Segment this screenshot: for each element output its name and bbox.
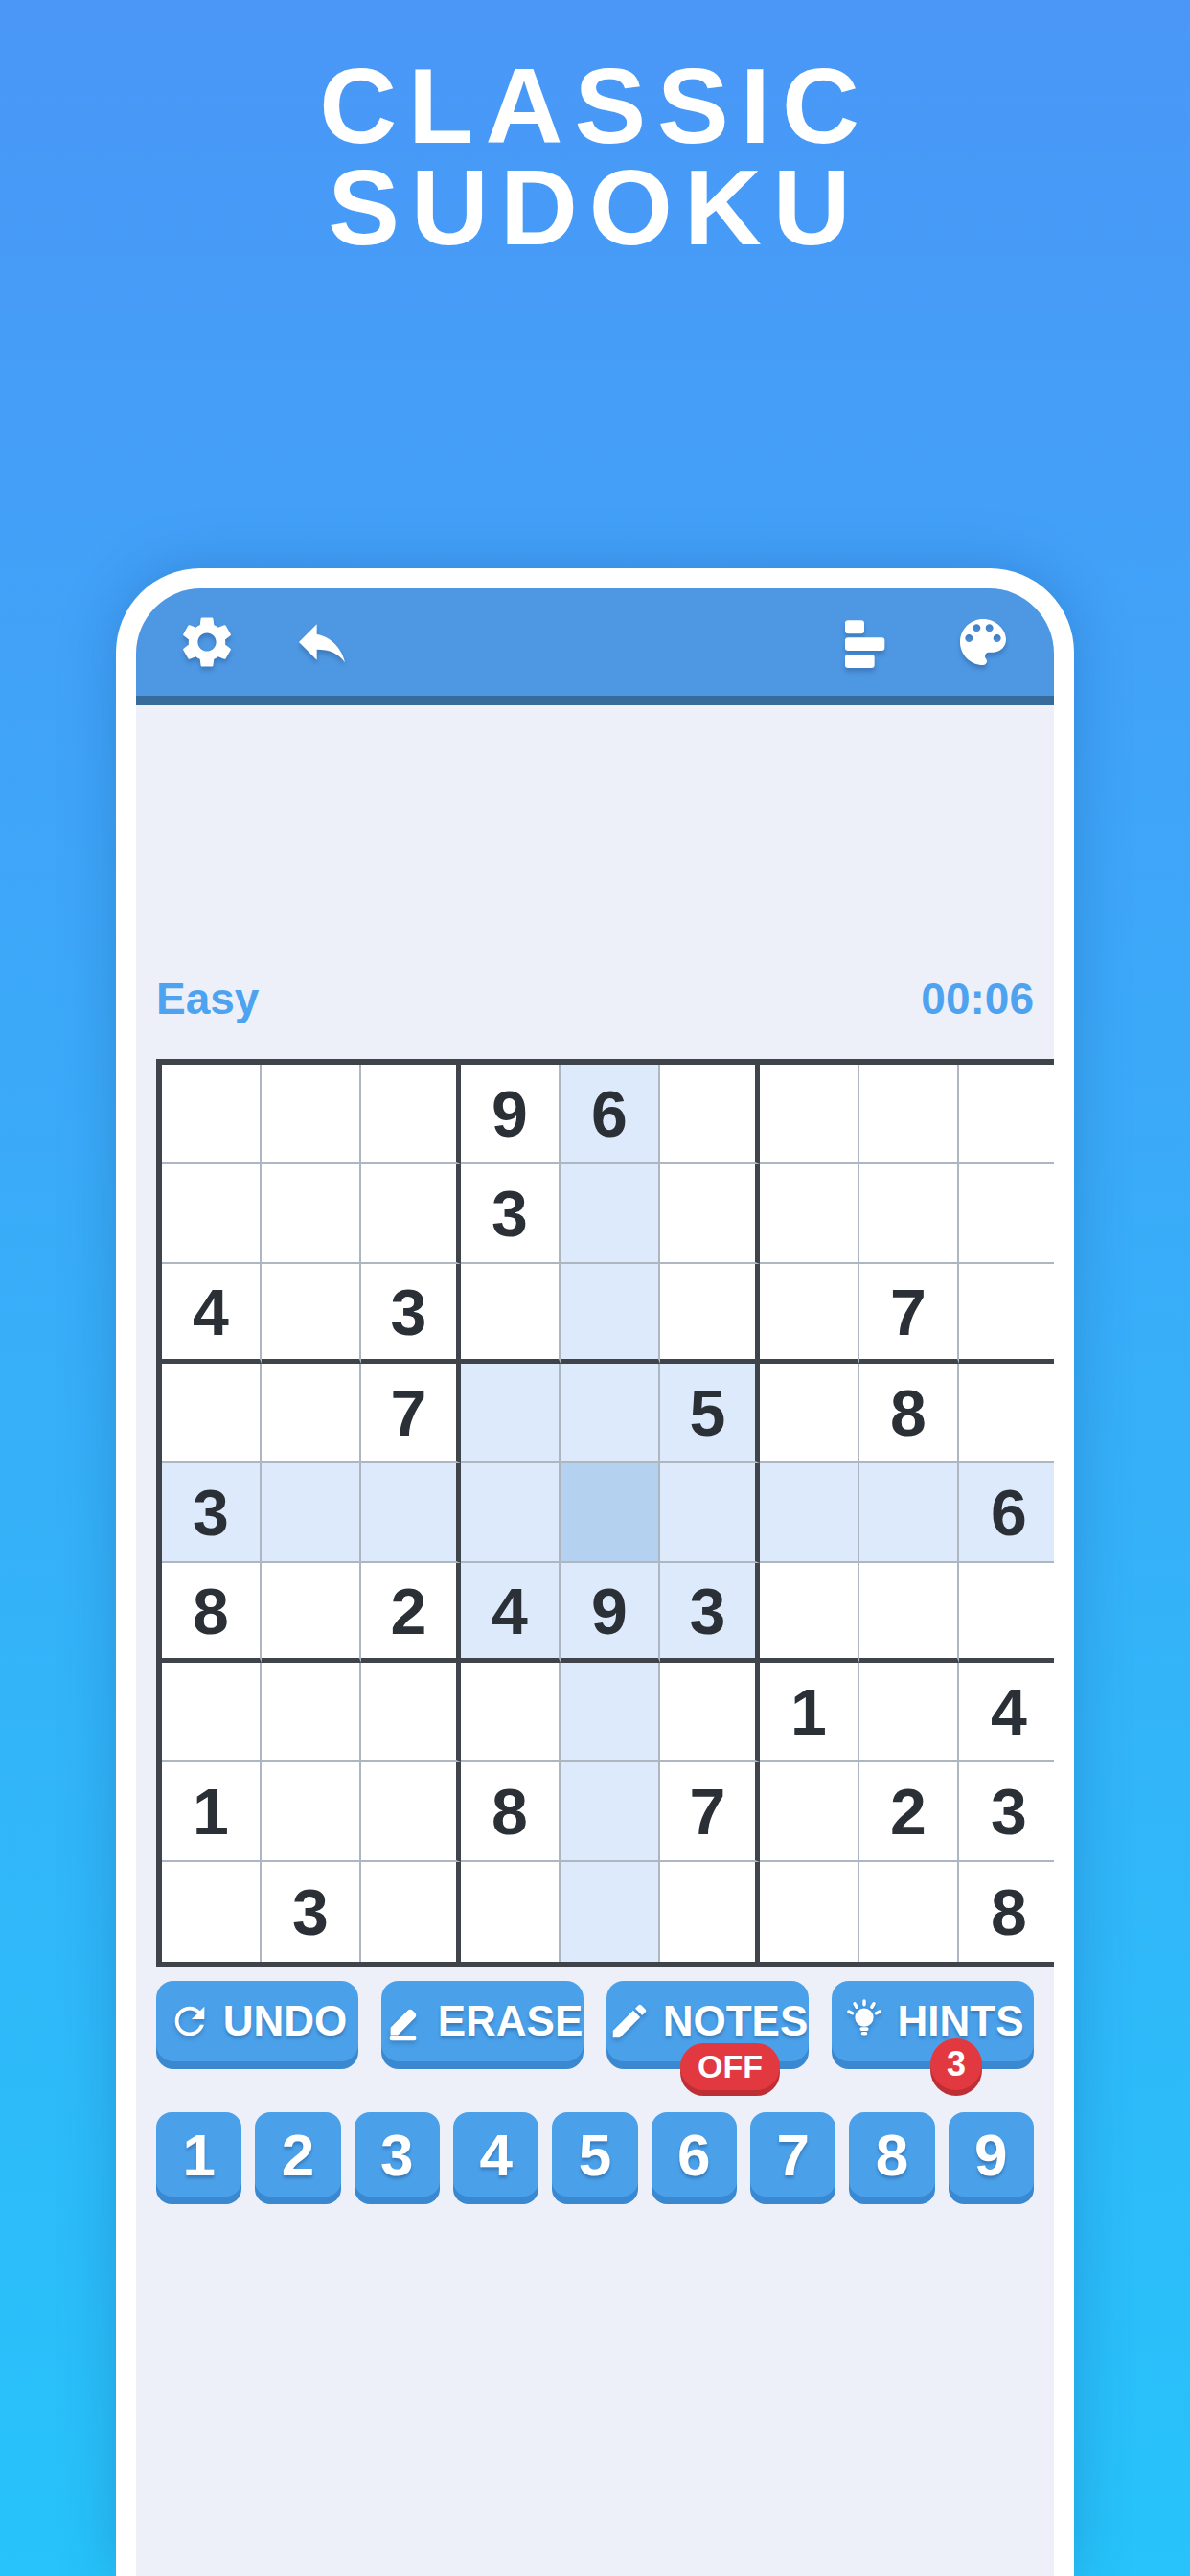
cell-r2c3[interactable] (361, 1164, 461, 1264)
cell-r1c9[interactable] (959, 1065, 1054, 1164)
app-title: CLASSIC SUDOKU (0, 56, 1190, 259)
cell-r7c7[interactable]: 1 (760, 1663, 859, 1762)
status-row: Easy 00:06 (156, 973, 1034, 1024)
cell-r8c1[interactable]: 1 (162, 1762, 262, 1862)
cell-r2c9[interactable] (959, 1164, 1054, 1264)
back-undo-arrow-icon[interactable] (291, 611, 353, 673)
toolbar (136, 588, 1054, 705)
erase-button[interactable]: ERASE (381, 1981, 584, 2061)
cell-r9c1[interactable] (162, 1862, 262, 1962)
app-title-line1: CLASSIC (0, 56, 1190, 157)
sudoku-grid: 9634377583682493141872338 (156, 1059, 1054, 1967)
cell-r6c3[interactable]: 2 (361, 1563, 461, 1663)
cell-r5c4[interactable] (461, 1463, 561, 1563)
undo-button[interactable]: UNDO (156, 1981, 358, 2061)
timer-label: 00:06 (921, 973, 1034, 1024)
cell-r5c9[interactable]: 6 (959, 1463, 1054, 1563)
cell-r8c2[interactable] (262, 1762, 361, 1862)
cell-r2c2[interactable] (262, 1164, 361, 1264)
cell-r8c4[interactable]: 8 (461, 1762, 561, 1862)
cell-r3c3[interactable]: 3 (361, 1264, 461, 1364)
cell-r6c4[interactable]: 4 (461, 1563, 561, 1663)
cell-r3c8[interactable]: 7 (859, 1264, 959, 1364)
hints-button[interactable]: HINTS 3 (832, 1981, 1034, 2061)
cell-r4c1[interactable] (162, 1364, 262, 1463)
cell-r7c3[interactable] (361, 1663, 461, 1762)
cell-r1c6[interactable] (660, 1065, 760, 1164)
cell-r4c2[interactable] (262, 1364, 361, 1463)
cell-r3c4[interactable] (461, 1264, 561, 1364)
numpad-key-2[interactable]: 2 (255, 2112, 340, 2196)
cell-r5c3[interactable] (361, 1463, 461, 1563)
numpad-key-4[interactable]: 4 (453, 2112, 538, 2196)
cell-r7c1[interactable] (162, 1663, 262, 1762)
cell-r4c7[interactable] (760, 1364, 859, 1463)
erase-label: ERASE (438, 1997, 584, 2045)
phone-screen: Easy 00:06 9634377583682493141872338 UND… (136, 588, 1054, 2576)
cell-r2c5[interactable] (561, 1164, 660, 1264)
cell-r5c1[interactable]: 3 (162, 1463, 262, 1563)
cell-r2c6[interactable] (660, 1164, 760, 1264)
cell-r7c6[interactable] (660, 1663, 760, 1762)
cell-r9c8[interactable] (859, 1862, 959, 1962)
cell-r6c9[interactable] (959, 1563, 1054, 1663)
cell-r1c1[interactable] (162, 1065, 262, 1164)
cell-r4c9[interactable] (959, 1364, 1054, 1463)
cell-r1c2[interactable] (262, 1065, 361, 1164)
cell-r1c3[interactable] (361, 1065, 461, 1164)
numpad-key-6[interactable]: 6 (652, 2112, 737, 2196)
game-area: Easy 00:06 9634377583682493141872338 UND… (136, 705, 1054, 2576)
cell-r7c9[interactable]: 4 (959, 1663, 1054, 1762)
cell-r2c7[interactable] (760, 1164, 859, 1264)
undo-label: UNDO (223, 1997, 348, 2045)
cell-r8c8[interactable]: 2 (859, 1762, 959, 1862)
cell-r7c2[interactable] (262, 1663, 361, 1762)
numpad-key-7[interactable]: 7 (750, 2112, 835, 2196)
stats-bars-icon[interactable] (837, 611, 899, 673)
notes-label: NOTES (663, 1997, 809, 2045)
cell-r2c1[interactable] (162, 1164, 262, 1264)
hints-badge: 3 (930, 2038, 982, 2090)
cell-r4c3[interactable]: 7 (361, 1364, 461, 1463)
palette-theme-icon[interactable] (952, 611, 1014, 673)
pencil-icon (607, 1999, 652, 2043)
cell-r3c5[interactable] (561, 1264, 660, 1364)
cell-r1c4[interactable]: 9 (461, 1065, 561, 1164)
cell-r8c5[interactable] (561, 1762, 660, 1862)
cell-r9c4[interactable] (461, 1862, 561, 1962)
cell-r5c8[interactable] (859, 1463, 959, 1563)
numpad-key-8[interactable]: 8 (849, 2112, 934, 2196)
cell-r5c6[interactable] (660, 1463, 760, 1563)
cell-r7c4[interactable] (461, 1663, 561, 1762)
cell-r1c8[interactable] (859, 1065, 959, 1164)
cell-r4c8[interactable]: 8 (859, 1364, 959, 1463)
settings-gear-icon[interactable] (176, 611, 238, 673)
cell-r6c6[interactable]: 3 (660, 1563, 760, 1663)
cell-r9c6[interactable] (660, 1862, 760, 1962)
action-buttons: UNDO ERASE NOTES OFF (156, 1981, 1034, 2061)
cell-r4c6[interactable]: 5 (660, 1364, 760, 1463)
cell-r5c5[interactable] (561, 1463, 660, 1563)
cell-r4c4[interactable] (461, 1364, 561, 1463)
cell-r6c1[interactable]: 8 (162, 1563, 262, 1663)
numpad-key-9[interactable]: 9 (949, 2112, 1034, 2196)
redo-arrow-icon (168, 1999, 212, 2043)
notes-badge: OFF (680, 2043, 780, 2090)
cell-r1c5[interactable]: 6 (561, 1065, 660, 1164)
cell-r5c2[interactable] (262, 1463, 361, 1563)
cell-r3c7[interactable] (760, 1264, 859, 1364)
cell-r2c4[interactable]: 3 (461, 1164, 561, 1264)
lightbulb-icon (842, 1999, 886, 2043)
cell-r7c8[interactable] (859, 1663, 959, 1762)
cell-r3c2[interactable] (262, 1264, 361, 1364)
cell-r8c9[interactable]: 3 (959, 1762, 1054, 1862)
cell-r6c2[interactable] (262, 1563, 361, 1663)
cell-r2c8[interactable] (859, 1164, 959, 1264)
eraser-icon (382, 1999, 426, 2043)
cell-r9c2[interactable]: 3 (262, 1862, 361, 1962)
cell-r6c7[interactable] (760, 1563, 859, 1663)
difficulty-label: Easy (156, 973, 259, 1024)
numpad-key-3[interactable]: 3 (355, 2112, 440, 2196)
cell-r8c6[interactable]: 7 (660, 1762, 760, 1862)
cell-r3c1[interactable]: 4 (162, 1264, 262, 1364)
notes-button[interactable]: NOTES OFF (606, 1981, 809, 2061)
numpad-key-5[interactable]: 5 (552, 2112, 637, 2196)
cell-r9c9[interactable]: 8 (959, 1862, 1054, 1962)
cell-r5c7[interactable] (760, 1463, 859, 1563)
cell-r9c5[interactable] (561, 1862, 660, 1962)
cell-r8c3[interactable] (361, 1762, 461, 1862)
cell-r6c8[interactable] (859, 1563, 959, 1663)
cell-r9c3[interactable] (361, 1862, 461, 1962)
cell-r8c7[interactable] (760, 1762, 859, 1862)
cell-r4c5[interactable] (561, 1364, 660, 1463)
cell-r6c5[interactable]: 9 (561, 1563, 660, 1663)
cell-r1c7[interactable] (760, 1065, 859, 1164)
phone-mockup: Easy 00:06 9634377583682493141872338 UND… (116, 568, 1074, 2576)
cell-r3c6[interactable] (660, 1264, 760, 1364)
cell-r3c9[interactable] (959, 1264, 1054, 1364)
app-title-line2: SUDOKU (0, 157, 1190, 259)
cell-r9c7[interactable] (760, 1862, 859, 1962)
numpad: 123456789 (156, 2112, 1034, 2196)
numpad-key-1[interactable]: 1 (156, 2112, 241, 2196)
cell-r7c5[interactable] (561, 1663, 660, 1762)
